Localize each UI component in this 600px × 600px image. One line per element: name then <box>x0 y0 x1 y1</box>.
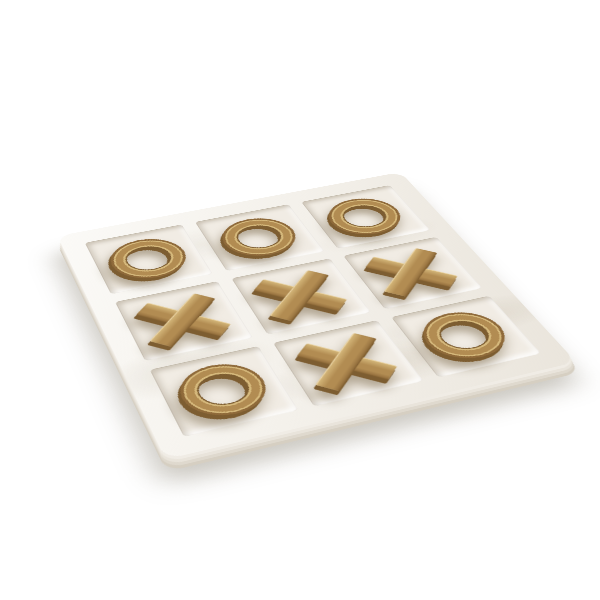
cell-r1c2 <box>195 204 324 271</box>
cell-r3c1 <box>150 346 299 437</box>
tictactoe-board <box>57 172 576 459</box>
board-perspective-wrap <box>100 95 500 495</box>
cell-r2c2 <box>232 259 371 335</box>
piece-x <box>128 289 239 353</box>
product-photo-scene <box>0 0 600 600</box>
cell-r3c2 <box>273 320 423 406</box>
piece-x <box>245 266 356 327</box>
piece-o <box>102 233 195 284</box>
piece-o <box>411 306 520 366</box>
piece-o <box>169 357 277 423</box>
piece-x <box>356 244 467 302</box>
cell-r1c1 <box>85 224 213 294</box>
cell-r3c3 <box>391 296 541 378</box>
cell-r1c3 <box>301 185 431 249</box>
cell-r2c3 <box>343 237 482 309</box>
piece-o <box>318 193 412 239</box>
piece-x <box>288 328 408 397</box>
piece-o <box>212 213 306 262</box>
cell-r2c1 <box>115 281 253 360</box>
